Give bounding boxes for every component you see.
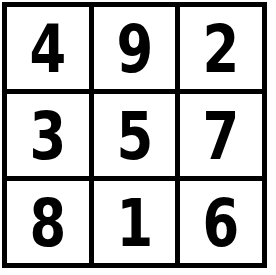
cell-value-r3c2: 1 <box>116 187 153 257</box>
cell-value-r2c1: 3 <box>29 100 66 170</box>
cell-value-r1c3: 2 <box>203 13 240 83</box>
cell-value-r1c1: 4 <box>29 13 66 83</box>
cell-r2c2: 5 <box>94 94 176 176</box>
cell-value-r3c1: 8 <box>29 187 66 257</box>
cell-r2c1: 3 <box>7 94 89 176</box>
magic-square-board: 4 9 2 3 5 7 8 1 6 <box>2 2 267 268</box>
cell-value-r1c2: 9 <box>116 13 153 83</box>
cell-value-r2c2: 5 <box>116 100 153 170</box>
cell-r2c3: 7 <box>180 94 262 176</box>
cell-value-r2c3: 7 <box>203 100 240 170</box>
cell-r1c1: 4 <box>7 7 89 89</box>
cell-value-r3c3: 6 <box>203 187 240 257</box>
cell-r3c1: 8 <box>7 181 89 263</box>
cell-r1c3: 2 <box>180 7 262 89</box>
cell-r1c2: 9 <box>94 7 176 89</box>
cell-r3c2: 1 <box>94 181 176 263</box>
page-canvas: 4 9 2 3 5 7 8 1 6 <box>0 0 276 275</box>
cell-r3c3: 6 <box>180 181 262 263</box>
